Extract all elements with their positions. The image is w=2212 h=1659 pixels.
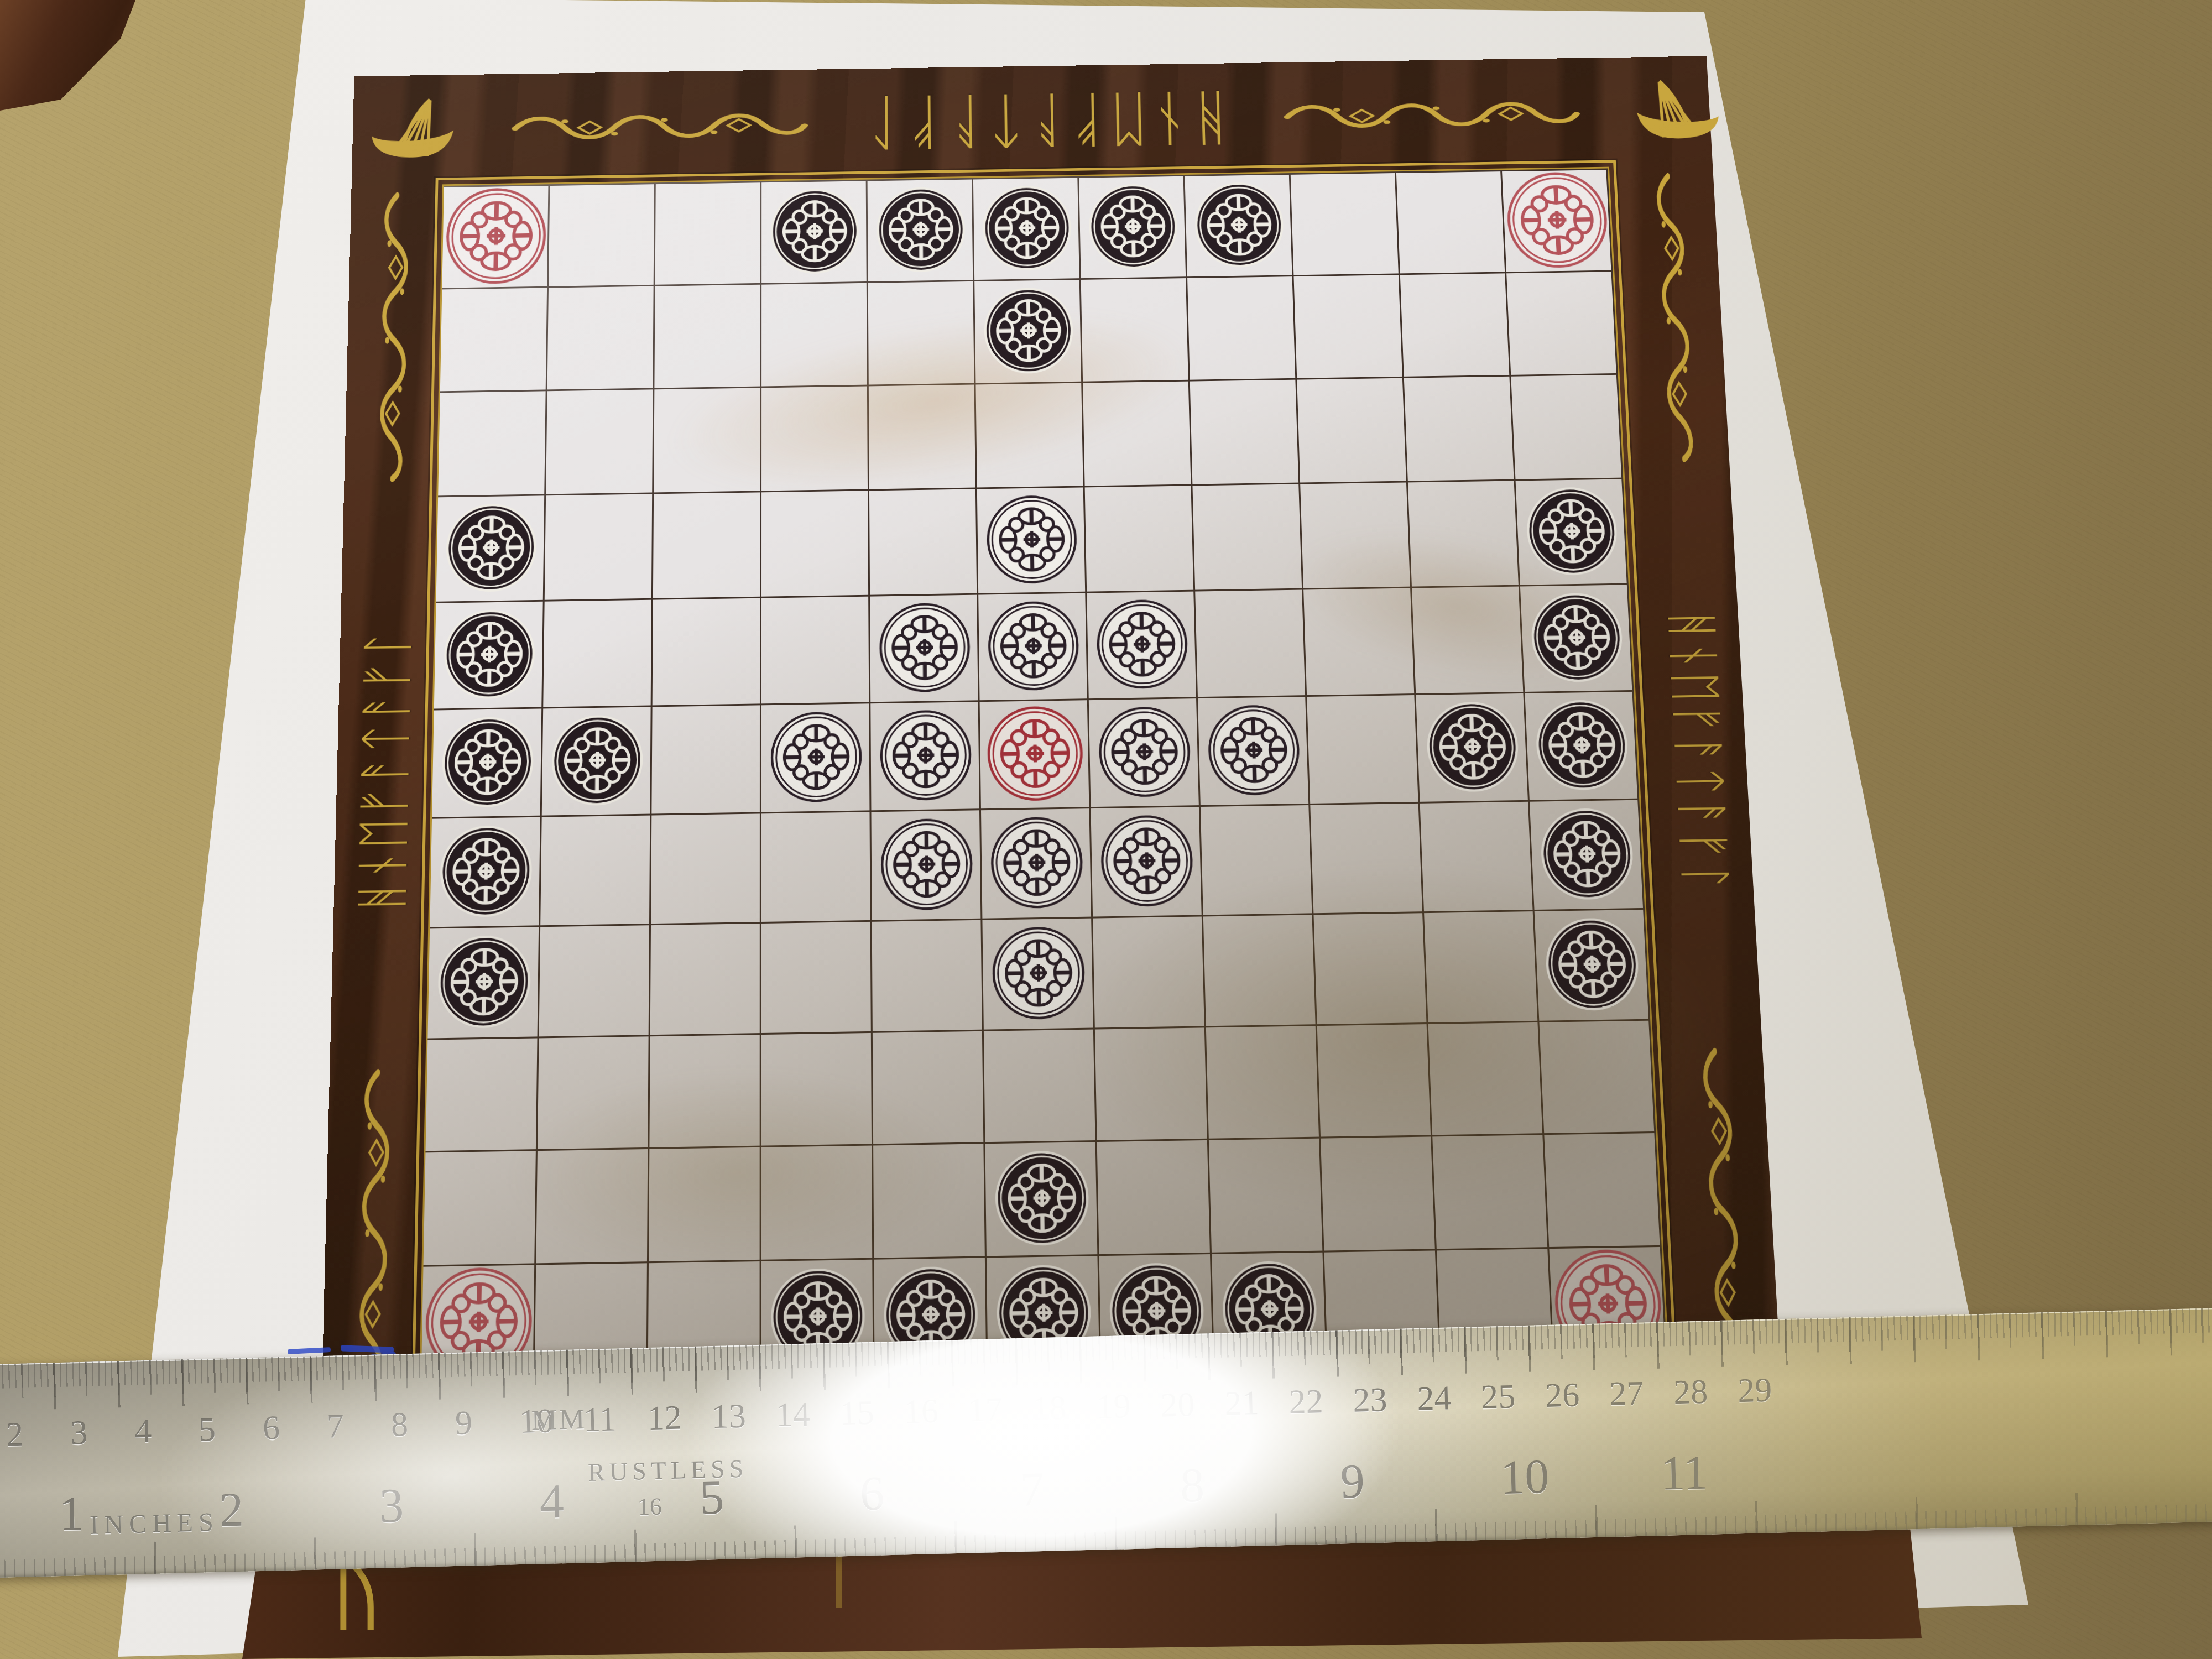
ruler-cm-number: 22	[1288, 1381, 1324, 1422]
ruler-cm-number: 12	[647, 1398, 682, 1438]
attacker-piece	[436, 494, 546, 601]
ruler-cm-number: 9	[455, 1403, 473, 1443]
serpent-ornament-icon	[1650, 171, 1700, 463]
ruler-cm-number: 6	[262, 1408, 280, 1448]
attacker-piece	[1535, 908, 1651, 1021]
attacker-piece	[1520, 583, 1634, 692]
ruler-inch-number: 9	[1339, 1453, 1365, 1509]
wood-offcut	[0, 0, 138, 116]
ruler-cm-number: 11	[583, 1400, 617, 1439]
attacker-piece	[1525, 690, 1639, 800]
ruler-inch-number: 4	[539, 1473, 565, 1530]
defender-piece	[870, 593, 979, 702]
ruler-cm-number: 13	[711, 1396, 747, 1437]
ruler-brand-label: RUSTLESS	[588, 1454, 748, 1487]
board-title-runic: ᚻᚾᛖᚠᚨᛏᚨᚠᛚ	[861, 83, 1230, 159]
ruler-inches-label: INCHES	[90, 1506, 220, 1540]
ruler-cm-number: 17	[968, 1390, 1003, 1430]
ruler-cm-number: 29	[1737, 1370, 1772, 1411]
attacker-piece	[1185, 173, 1293, 276]
ruler-cm-number: 7	[326, 1406, 345, 1446]
defender-piece	[982, 917, 1094, 1030]
corner-marker	[1502, 168, 1613, 272]
defender-piece	[1198, 695, 1310, 805]
defender-piece	[978, 592, 1089, 701]
board-wood-border: ᚻᚾᛖᚠᚨᛏᚨᚠᛚ	[318, 56, 1788, 1537]
ruler-cm-number: 21	[1224, 1383, 1260, 1423]
ruler-inch-number: 2	[218, 1481, 244, 1538]
defender-piece	[1089, 697, 1201, 807]
attacker-piece	[542, 705, 653, 815]
serpent-ornament-icon	[510, 108, 808, 145]
ruler-inch-number: 1	[59, 1485, 85, 1542]
ruler-cm-number: 3	[70, 1413, 88, 1453]
ruler-inch-number: 10	[1500, 1448, 1550, 1505]
marble-vein	[508, 1067, 964, 1281]
ruler-cm-number: 5	[198, 1410, 216, 1449]
attacker-piece	[430, 816, 541, 927]
ruler-cm-number: 27	[1609, 1374, 1644, 1414]
attacker-piece	[973, 176, 1081, 280]
ruler-cm-number: 23	[1353, 1380, 1388, 1420]
ruler-inch-number: 7	[1019, 1461, 1045, 1517]
defender-piece	[871, 808, 982, 920]
ruler-cm-number: 18	[1032, 1388, 1067, 1428]
attacker-piece	[434, 600, 545, 709]
ruler-cm-number: 15	[839, 1393, 875, 1433]
ruler-inch-number: 6	[859, 1465, 885, 1521]
ruler-cm-number: 24	[1416, 1378, 1452, 1418]
attacker-piece	[1515, 478, 1628, 585]
hnefatafl-board: ᚻᚾᛖᚠᚨᛏᚨᚠᛚ	[318, 56, 1788, 1537]
ruler-cm-number: 2	[6, 1415, 24, 1454]
ruler-cm-number: 20	[1160, 1385, 1196, 1425]
marble-vein	[658, 280, 1208, 524]
defender-piece	[1091, 805, 1203, 917]
serpent-ornament-icon	[373, 190, 414, 483]
ruler-mm-label: MM	[531, 1402, 587, 1437]
ruler-cm-number: 25	[1480, 1376, 1516, 1417]
king-piece	[980, 698, 1091, 808]
photo-scene: ᚢ ᛚ ᚻᚾᛖᚠᚨᛏᚨᚠᛚ	[0, 0, 2212, 1659]
gold-frame	[412, 160, 1677, 1390]
viking-ship-icon	[1631, 76, 1725, 147]
ruler-inch-number: 11	[1660, 1444, 1708, 1501]
serpent-ornament-icon	[1282, 96, 1581, 133]
ruler-inch-number: 3	[379, 1477, 405, 1533]
attacker-piece	[432, 707, 543, 817]
attacker-piece	[427, 925, 540, 1038]
ruler-inch-number: 8	[1180, 1457, 1206, 1514]
ruler-cm-number: 26	[1545, 1375, 1580, 1415]
attacker-piece	[1416, 692, 1530, 802]
defender-piece	[1087, 590, 1198, 699]
defender-piece	[870, 700, 981, 810]
attacker-piece	[974, 278, 1083, 383]
attacker-piece	[985, 1140, 1099, 1256]
board-title-runic-left: ᚻᚾᛖᚠᚨᛏᚨᚠᛚ	[354, 629, 414, 914]
ruler-cm-number: 16	[904, 1391, 939, 1432]
attacker-piece	[1079, 175, 1187, 278]
ruler-cm-number: 8	[390, 1405, 409, 1444]
ruler-cm-number: 14	[775, 1395, 811, 1435]
ruler-cm-number: 4	[134, 1411, 152, 1451]
board-grid	[419, 167, 1669, 1383]
attacker-piece	[868, 178, 975, 281]
ruler-cm-number: 28	[1673, 1372, 1708, 1412]
corner-marker	[442, 184, 550, 288]
attacker-piece	[761, 180, 868, 283]
defender-piece	[761, 702, 872, 812]
ruler-cm-number: 19	[1096, 1386, 1131, 1427]
attacker-piece	[1530, 799, 1645, 910]
ruler-fraction-label: 16	[637, 1493, 662, 1521]
viking-ship-icon	[366, 95, 458, 166]
board-title-runic-right: ᚻᚾᛖᚠᚨᛏᚨᚠᛚ	[1665, 609, 1733, 893]
defender-piece	[981, 807, 1093, 919]
defender-piece	[977, 486, 1087, 593]
